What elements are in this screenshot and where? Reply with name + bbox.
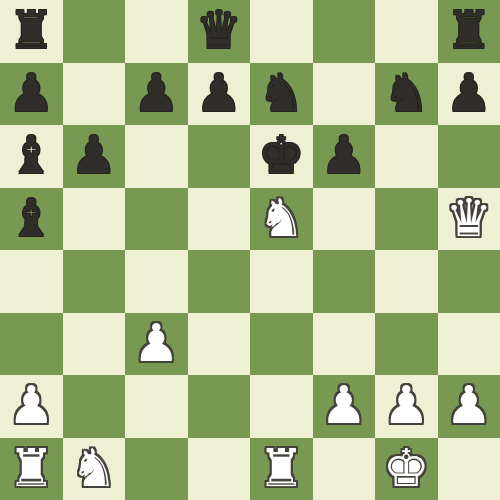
square-e3[interactable] bbox=[250, 313, 313, 376]
piece-white-pawn[interactable]: ♟ bbox=[8, 375, 55, 437]
square-d3[interactable] bbox=[188, 313, 251, 376]
square-e7[interactable]: ♞ bbox=[250, 63, 313, 126]
piece-black-king[interactable]: ♚ bbox=[258, 125, 305, 187]
square-h8[interactable]: ♜ bbox=[438, 0, 500, 63]
piece-black-pawn[interactable]: ♟ bbox=[70, 125, 117, 187]
square-e5[interactable]: ♞ bbox=[250, 188, 313, 251]
square-b3[interactable] bbox=[63, 313, 126, 376]
square-b6[interactable]: ♟ bbox=[63, 125, 126, 188]
square-g8[interactable] bbox=[375, 0, 438, 63]
square-f8[interactable] bbox=[313, 0, 376, 63]
piece-black-pawn[interactable]: ♟ bbox=[445, 63, 492, 125]
piece-white-rook[interactable]: ♜ bbox=[258, 438, 305, 500]
piece-white-pawn[interactable]: ♟ bbox=[383, 375, 430, 437]
square-h1[interactable] bbox=[438, 438, 500, 500]
square-d2[interactable] bbox=[188, 375, 251, 438]
square-c2[interactable] bbox=[125, 375, 188, 438]
square-h3[interactable] bbox=[438, 313, 500, 376]
square-c6[interactable] bbox=[125, 125, 188, 188]
square-f1[interactable] bbox=[313, 438, 376, 500]
square-g5[interactable] bbox=[375, 188, 438, 251]
square-b2[interactable] bbox=[63, 375, 126, 438]
square-d8[interactable]: ♛ bbox=[188, 0, 251, 63]
square-e6[interactable]: ♚ bbox=[250, 125, 313, 188]
square-a1[interactable]: ♜ bbox=[0, 438, 63, 500]
square-g4[interactable] bbox=[375, 250, 438, 313]
square-d5[interactable] bbox=[188, 188, 251, 251]
square-c8[interactable] bbox=[125, 0, 188, 63]
piece-black-pawn[interactable]: ♟ bbox=[320, 125, 367, 187]
piece-white-pawn[interactable]: ♟ bbox=[445, 375, 492, 437]
square-d4[interactable] bbox=[188, 250, 251, 313]
square-g1[interactable]: ♚ bbox=[375, 438, 438, 500]
square-b7[interactable] bbox=[63, 63, 126, 126]
square-f2[interactable]: ♟ bbox=[313, 375, 376, 438]
square-c3[interactable]: ♟ bbox=[125, 313, 188, 376]
square-h7[interactable]: ♟ bbox=[438, 63, 500, 126]
square-f4[interactable] bbox=[313, 250, 376, 313]
piece-white-pawn[interactable]: ♟ bbox=[133, 313, 180, 375]
square-c4[interactable] bbox=[125, 250, 188, 313]
square-h4[interactable] bbox=[438, 250, 500, 313]
square-c1[interactable] bbox=[125, 438, 188, 500]
square-a6[interactable]: ♝ bbox=[0, 125, 63, 188]
piece-black-knight[interactable]: ♞ bbox=[383, 63, 430, 125]
square-h6[interactable] bbox=[438, 125, 500, 188]
square-a4[interactable] bbox=[0, 250, 63, 313]
square-d7[interactable]: ♟ bbox=[188, 63, 251, 126]
square-e1[interactable]: ♜ bbox=[250, 438, 313, 500]
square-g7[interactable]: ♞ bbox=[375, 63, 438, 126]
piece-black-rook[interactable]: ♜ bbox=[445, 0, 492, 62]
piece-black-knight[interactable]: ♞ bbox=[258, 63, 305, 125]
piece-white-king[interactable]: ♚ bbox=[383, 438, 430, 500]
square-h5[interactable]: ♛ bbox=[438, 188, 500, 251]
square-f3[interactable] bbox=[313, 313, 376, 376]
piece-black-rook[interactable]: ♜ bbox=[8, 0, 55, 62]
square-g3[interactable] bbox=[375, 313, 438, 376]
square-e8[interactable] bbox=[250, 0, 313, 63]
square-a8[interactable]: ♜ bbox=[0, 0, 63, 63]
square-a7[interactable]: ♟ bbox=[0, 63, 63, 126]
square-a5[interactable]: ♝ bbox=[0, 188, 63, 251]
piece-black-bishop[interactable]: ♝ bbox=[8, 125, 55, 187]
square-f7[interactable] bbox=[313, 63, 376, 126]
piece-black-pawn[interactable]: ♟ bbox=[133, 63, 180, 125]
square-a3[interactable] bbox=[0, 313, 63, 376]
piece-black-pawn[interactable]: ♟ bbox=[8, 63, 55, 125]
piece-white-queen[interactable]: ♛ bbox=[445, 188, 492, 250]
piece-white-rook[interactable]: ♜ bbox=[8, 438, 55, 500]
piece-black-pawn[interactable]: ♟ bbox=[195, 63, 242, 125]
square-b5[interactable] bbox=[63, 188, 126, 251]
square-d6[interactable] bbox=[188, 125, 251, 188]
square-f6[interactable]: ♟ bbox=[313, 125, 376, 188]
square-c7[interactable]: ♟ bbox=[125, 63, 188, 126]
square-b1[interactable]: ♞ bbox=[63, 438, 126, 500]
square-b8[interactable] bbox=[63, 0, 126, 63]
piece-white-knight[interactable]: ♞ bbox=[258, 188, 305, 250]
square-g6[interactable] bbox=[375, 125, 438, 188]
square-a2[interactable]: ♟ bbox=[0, 375, 63, 438]
square-d1[interactable] bbox=[188, 438, 251, 500]
piece-white-knight[interactable]: ♞ bbox=[70, 438, 117, 500]
square-f5[interactable] bbox=[313, 188, 376, 251]
square-c5[interactable] bbox=[125, 188, 188, 251]
square-g2[interactable]: ♟ bbox=[375, 375, 438, 438]
piece-black-bishop[interactable]: ♝ bbox=[8, 188, 55, 250]
square-e2[interactable] bbox=[250, 375, 313, 438]
piece-white-pawn[interactable]: ♟ bbox=[320, 375, 367, 437]
square-b4[interactable] bbox=[63, 250, 126, 313]
piece-black-queen[interactable]: ♛ bbox=[195, 0, 242, 62]
square-e4[interactable] bbox=[250, 250, 313, 313]
chess-board: ♜♛♜♟♟♟♞♞♟♝♟♚♟♝♞♛♟♟♟♟♟♜♞♜♚ bbox=[0, 0, 500, 500]
square-h2[interactable]: ♟ bbox=[438, 375, 500, 438]
